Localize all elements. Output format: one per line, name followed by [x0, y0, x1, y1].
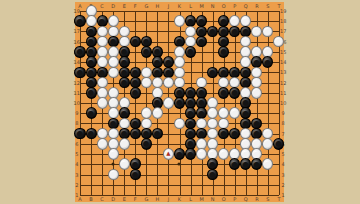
black-stone: ●	[86, 107, 97, 119]
board-cell: ●	[130, 37, 141, 47]
white-stone: ●	[97, 138, 108, 150]
board-cell: ●	[251, 118, 262, 128]
board-cell: ●	[163, 57, 174, 67]
white-stone: ●	[108, 67, 119, 79]
board-cell: ●	[240, 108, 251, 118]
board-cell: ●	[218, 47, 229, 57]
black-stone: ●	[229, 26, 240, 38]
board-cell: ●	[97, 16, 108, 26]
board-cell: ●	[119, 118, 130, 128]
board-cell: ●	[141, 47, 152, 57]
black-stone: ●	[196, 36, 207, 48]
board-cell: ●	[97, 98, 108, 108]
white-stone: ●	[273, 36, 284, 48]
board-cell: ●	[196, 118, 207, 128]
board-cell: ●	[108, 16, 119, 26]
board-cell: ●	[152, 108, 163, 118]
black-stone: ●	[152, 128, 163, 140]
board-cell: ●	[108, 67, 119, 77]
white-stone: ●	[251, 26, 262, 38]
board-cell: ●	[108, 118, 119, 128]
board-cell: ●	[86, 26, 97, 36]
board-cell: ●	[229, 88, 240, 98]
black-stone: ●	[74, 15, 85, 27]
board-cell: ●	[240, 16, 251, 26]
board-cell: ●	[152, 57, 163, 67]
board-cell: ●	[141, 118, 152, 128]
white-stone: ●	[163, 97, 174, 109]
board-cell: ●	[251, 26, 262, 36]
board-cell: ●	[273, 37, 284, 47]
board-cell: ●	[119, 67, 130, 77]
board-cell: ●	[240, 67, 251, 77]
white-stone: ●	[262, 26, 273, 38]
board-cell: ●	[185, 118, 196, 128]
board-cell: ●	[240, 118, 251, 128]
black-stone: ●	[185, 46, 196, 58]
stones-grid[interactable]: ●●●●●●●●●●●●●●●●●●●●●●●●●●●●●●●●●●●●●●●●…	[74, 6, 284, 200]
board-cell: ●	[108, 149, 119, 159]
board-cell: ●	[240, 159, 251, 169]
board-cell: ●	[218, 118, 229, 128]
white-stone: ●	[97, 97, 108, 109]
black-stone: ●	[141, 138, 152, 150]
board-cell: ●	[185, 47, 196, 57]
board-cell: ●	[119, 139, 130, 149]
board-cell: ●	[86, 88, 97, 98]
board-cell: ●	[218, 16, 229, 26]
black-stone: ●	[218, 46, 229, 58]
board-cell: ●	[174, 118, 185, 128]
board-cell: ●	[163, 77, 174, 87]
black-stone: ●	[130, 128, 141, 140]
board-cell: ●	[185, 108, 196, 118]
board-cell: ●	[108, 169, 119, 179]
board-cell: ●	[240, 26, 251, 36]
board-cell: ●	[97, 67, 108, 77]
board-cell: ●	[86, 108, 97, 118]
board-cell: ●	[185, 26, 196, 36]
board-cell: ●	[141, 139, 152, 149]
black-stone: ●	[174, 148, 185, 160]
board-cell: ●	[108, 108, 119, 118]
white-stone: ●	[229, 107, 240, 119]
black-stone: ●	[130, 87, 141, 99]
black-stone: ●	[207, 67, 218, 79]
board-cell: ●	[130, 169, 141, 179]
board-cell: ●	[262, 57, 273, 67]
board-cell: ●	[108, 26, 119, 36]
board-cell: ●	[207, 26, 218, 36]
black-stone: ●	[229, 128, 240, 140]
board-cell: ●	[152, 67, 163, 77]
board-cell: ●	[119, 108, 130, 118]
black-stone: ●	[174, 97, 185, 109]
white-stone: ●	[262, 158, 273, 170]
board-cell: ●	[185, 16, 196, 26]
board-cell: ●	[229, 129, 240, 139]
board-cell: ●	[130, 67, 141, 77]
white-stone: ●	[152, 107, 163, 119]
board-cell: ●	[97, 57, 108, 67]
board-cell: ●	[74, 67, 85, 77]
black-stone: ●	[119, 77, 130, 89]
board-cell: ●	[174, 57, 185, 67]
white-stone: ●	[108, 169, 119, 181]
board-cell: ●	[273, 139, 284, 149]
board-cell: ●	[207, 159, 218, 169]
white-stone: ●	[119, 158, 130, 170]
board-cell: ●	[229, 159, 240, 169]
board-cell: ●	[218, 108, 229, 118]
board-cell: ●	[196, 149, 207, 159]
board-cell: ●	[130, 129, 141, 139]
white-stone: ●	[141, 77, 152, 89]
board-cell: ●	[174, 67, 185, 77]
black-stone: ●	[240, 158, 251, 170]
black-stone: ●	[86, 128, 97, 140]
board-cell: ●	[207, 118, 218, 128]
white-stone: ●	[108, 148, 119, 160]
board-cell: ●▲	[163, 149, 174, 159]
board-cell: ●	[229, 26, 240, 36]
board-cell: ●	[262, 26, 273, 36]
black-stone: ●	[130, 36, 141, 48]
white-stone: ●	[174, 118, 185, 130]
black-stone: ●	[273, 138, 284, 150]
board-cell: ●	[97, 139, 108, 149]
board-cell: ●	[218, 67, 229, 77]
black-stone: ●	[218, 128, 229, 140]
black-stone: ●	[251, 158, 262, 170]
board-cell: ●	[119, 26, 130, 36]
black-stone: ●	[229, 158, 240, 170]
board-cell: ●	[262, 139, 273, 149]
board-cell: ●	[119, 57, 130, 67]
board-cell: ●	[119, 159, 130, 169]
go-app-screen: AABBCCDDEEFFGGHHJJKKLLMMNNOOPPQQRRSSTT19…	[0, 0, 360, 204]
board-cell: ●	[229, 108, 240, 118]
black-stone: ●	[74, 46, 85, 58]
board-cell: ●	[174, 98, 185, 108]
board-cell: ●	[218, 129, 229, 139]
board-cell: ●	[130, 118, 141, 128]
board-cell: ●	[119, 77, 130, 87]
board-cell: ●	[196, 37, 207, 47]
board-cell: ●	[251, 57, 262, 67]
board-cell: ●	[152, 129, 163, 139]
board-cell: ●	[74, 129, 85, 139]
board-cell: ●	[86, 67, 97, 77]
white-stone: ●	[262, 138, 273, 150]
black-stone: ●	[86, 87, 97, 99]
board-cell: ●	[86, 57, 97, 67]
last-move-marker: ▲	[166, 151, 170, 156]
white-stone: ●	[174, 15, 185, 27]
board-cell: ●	[130, 159, 141, 169]
board-cell: ●	[108, 57, 119, 67]
black-stone: ●	[218, 87, 229, 99]
black-stone: ●	[229, 87, 240, 99]
board-cell: ●	[218, 88, 229, 98]
black-stone: ●	[130, 169, 141, 181]
black-stone: ●	[74, 67, 85, 79]
board-cell: ●	[207, 108, 218, 118]
board-cell: ●	[207, 169, 218, 179]
board-cell: ●	[130, 88, 141, 98]
board-cell: ●	[141, 77, 152, 87]
board-cell: ●	[240, 57, 251, 67]
white-stone: ●	[218, 148, 229, 160]
white-stone: ●	[251, 87, 262, 99]
board-cell: ●	[185, 149, 196, 159]
black-stone: ●	[207, 169, 218, 181]
board-cell: ●	[251, 88, 262, 98]
black-stone: ●	[141, 46, 152, 58]
board-cell: ●	[97, 26, 108, 36]
board-cell: ●	[74, 16, 85, 26]
board-cell: ●	[86, 16, 97, 26]
board-cell: ●	[86, 129, 97, 139]
go-board[interactable]: AABBCCDDEEFFGGHHJJKKLLMMNNOOPPQQRRSSTT19…	[75, 2, 284, 202]
board-cell: ●	[196, 26, 207, 36]
board-cell: ●	[174, 16, 185, 26]
white-stone: ●	[163, 77, 174, 89]
board-cell: ●	[74, 47, 85, 57]
black-stone: ●	[185, 148, 196, 160]
board-cell: ●	[163, 67, 174, 77]
board-cell: ●	[229, 16, 240, 26]
black-stone: ●	[74, 128, 85, 140]
board-cell: ●	[262, 159, 273, 169]
board-cell: ●	[141, 67, 152, 77]
board-cell: ●	[218, 26, 229, 36]
black-stone: ●	[262, 56, 273, 68]
board-cell: ●	[218, 149, 229, 159]
black-stone: ●	[207, 26, 218, 38]
board-cell: ●	[196, 16, 207, 26]
white-stone: ●	[196, 148, 207, 160]
board-cell: ●	[196, 108, 207, 118]
board-cell: ●	[163, 98, 174, 108]
board-cell: ●	[141, 108, 152, 118]
board-cell: ●	[251, 159, 262, 169]
board-cell: ●	[229, 67, 240, 77]
white-stone: ●	[119, 138, 130, 150]
board-cell: ●	[251, 67, 262, 77]
board-cell: ●	[174, 149, 185, 159]
board-cell: ●	[207, 67, 218, 77]
